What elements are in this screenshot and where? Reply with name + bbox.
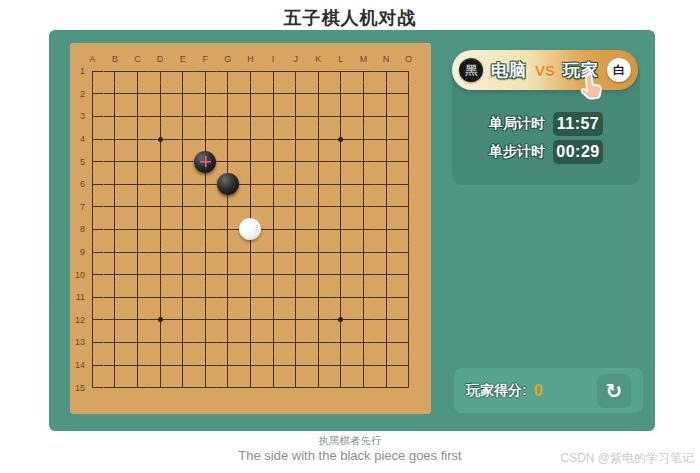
intersection-C3[interactable] — [126, 105, 149, 128]
intersection-K1[interactable] — [307, 60, 330, 83]
intersection-A9[interactable] — [81, 241, 104, 264]
intersection-D14[interactable] — [149, 354, 172, 377]
black-stone-badge: 黑 — [459, 58, 483, 82]
intersection-J8[interactable] — [284, 218, 307, 241]
intersection-N2[interactable] — [375, 83, 398, 106]
intersection-B13[interactable] — [104, 331, 127, 354]
intersection-B9[interactable] — [104, 241, 127, 264]
intersection-I6[interactable] — [262, 173, 285, 196]
intersection-I9[interactable] — [262, 241, 285, 264]
game-timer-row: 单局计时 11:57 — [452, 112, 640, 136]
intersection-H2[interactable] — [239, 83, 262, 106]
intersection-C15[interactable] — [126, 376, 149, 399]
intersection-N11[interactable] — [375, 286, 398, 309]
intersection-N8[interactable] — [375, 218, 398, 241]
intersection-L13[interactable] — [330, 331, 353, 354]
intersection-O15[interactable] — [397, 376, 420, 399]
intersection-A8[interactable] — [81, 218, 104, 241]
intersection-M13[interactable] — [352, 331, 375, 354]
intersection-F4[interactable] — [194, 128, 217, 151]
intersection-A4[interactable] — [81, 128, 104, 151]
intersection-G2[interactable] — [217, 83, 240, 106]
intersection-I1[interactable] — [262, 60, 285, 83]
white-stone-badge: 白 — [607, 58, 631, 82]
intersection-I7[interactable] — [262, 196, 285, 219]
intersection-H6[interactable] — [239, 173, 262, 196]
intersection-E4[interactable] — [171, 128, 194, 151]
intersection-G13[interactable] — [217, 331, 240, 354]
intersection-A3[interactable] — [81, 105, 104, 128]
intersection-D15[interactable] — [149, 376, 172, 399]
intersection-O9[interactable] — [397, 241, 420, 264]
intersection-K14[interactable] — [307, 354, 330, 377]
intersection-E8[interactable] — [171, 218, 194, 241]
intersection-L8[interactable] — [330, 218, 353, 241]
intersection-N13[interactable] — [375, 331, 398, 354]
intersection-N3[interactable] — [375, 105, 398, 128]
intersection-J5[interactable] — [284, 150, 307, 173]
intersection-G12[interactable] — [217, 309, 240, 332]
intersection-M2[interactable] — [352, 83, 375, 106]
intersection-M7[interactable] — [352, 196, 375, 219]
intersection-H9[interactable] — [239, 241, 262, 264]
intersection-D8[interactable] — [149, 218, 172, 241]
intersection-C10[interactable] — [126, 263, 149, 286]
game-panel: ABCDEFGHIJKLMNO 123456789101112131415 黑 … — [49, 30, 655, 431]
intersection-L1[interactable] — [330, 60, 353, 83]
intersection-G8[interactable] — [217, 218, 240, 241]
intersection-I2[interactable] — [262, 83, 285, 106]
intersection-O12[interactable] — [397, 309, 420, 332]
intersection-D13[interactable] — [149, 331, 172, 354]
intersection-D5[interactable] — [149, 150, 172, 173]
intersection-F2[interactable] — [194, 83, 217, 106]
intersection-D10[interactable] — [149, 263, 172, 286]
intersection-H10[interactable] — [239, 263, 262, 286]
intersection-E12[interactable] — [171, 309, 194, 332]
intersection-C8[interactable] — [126, 218, 149, 241]
intersection-E9[interactable] — [171, 241, 194, 264]
intersection-O3[interactable] — [397, 105, 420, 128]
intersection-N15[interactable] — [375, 376, 398, 399]
intersection-O13[interactable] — [397, 331, 420, 354]
intersection-B5[interactable] — [104, 150, 127, 173]
intersection-I10[interactable] — [262, 263, 285, 286]
intersection-B7[interactable] — [104, 196, 127, 219]
intersection-F15[interactable] — [194, 376, 217, 399]
intersection-N10[interactable] — [375, 263, 398, 286]
stone-white-H8 — [239, 218, 261, 240]
intersection-L7[interactable] — [330, 196, 353, 219]
intersection-H15[interactable] — [239, 376, 262, 399]
intersection-G4[interactable] — [217, 128, 240, 151]
intersection-C9[interactable] — [126, 241, 149, 264]
intersection-J4[interactable] — [284, 128, 307, 151]
intersection-B10[interactable] — [104, 263, 127, 286]
game-timer-label: 单局计时 — [489, 115, 545, 133]
intersection-G15[interactable] — [217, 376, 240, 399]
intersection-K3[interactable] — [307, 105, 330, 128]
intersection-A11[interactable] — [81, 286, 104, 309]
intersection-H5[interactable] — [239, 150, 262, 173]
intersection-M6[interactable] — [352, 173, 375, 196]
intersection-I4[interactable] — [262, 128, 285, 151]
score-label: 玩家得分: — [466, 382, 527, 400]
intersection-N14[interactable] — [375, 354, 398, 377]
intersection-O2[interactable] — [397, 83, 420, 106]
last-move-marker — [200, 156, 211, 167]
intersection-E10[interactable] — [171, 263, 194, 286]
intersection-I15[interactable] — [262, 376, 285, 399]
intersection-K8[interactable] — [307, 218, 330, 241]
intersection-D7[interactable] — [149, 196, 172, 219]
intersection-M10[interactable] — [352, 263, 375, 286]
intersection-N1[interactable] — [375, 60, 398, 83]
intersection-E15[interactable] — [171, 376, 194, 399]
restart-button[interactable]: ↻ — [597, 374, 631, 408]
intersection-L9[interactable] — [330, 241, 353, 264]
intersection-N9[interactable] — [375, 241, 398, 264]
intersection-C7[interactable] — [126, 196, 149, 219]
intersection-L15[interactable] — [330, 376, 353, 399]
intersection-D11[interactable] — [149, 286, 172, 309]
intersection-O4[interactable] — [397, 128, 420, 151]
intersection-F8[interactable] — [194, 218, 217, 241]
star-point-D4 — [158, 137, 163, 142]
intersection-E6[interactable] — [171, 173, 194, 196]
intersection-K12[interactable] — [307, 309, 330, 332]
intersection-B3[interactable] — [104, 105, 127, 128]
intersection-G7[interactable] — [217, 196, 240, 219]
intersection-O5[interactable] — [397, 150, 420, 173]
intersection-C1[interactable] — [126, 60, 149, 83]
intersection-F13[interactable] — [194, 331, 217, 354]
intersection-C11[interactable] — [126, 286, 149, 309]
intersection-C5[interactable] — [126, 150, 149, 173]
rule-note-cn: 执黑棋者先行 — [0, 434, 700, 448]
intersection-J12[interactable] — [284, 309, 307, 332]
intersection-D2[interactable] — [149, 83, 172, 106]
computer-player-label[interactable]: 电脑 — [491, 59, 527, 82]
intersection-F10[interactable] — [194, 263, 217, 286]
intersection-C6[interactable] — [126, 173, 149, 196]
intersection-C12[interactable] — [126, 309, 149, 332]
intersection-K10[interactable] — [307, 263, 330, 286]
intersection-D12[interactable] — [149, 309, 172, 332]
intersection-E5[interactable] — [171, 150, 194, 173]
intersection-L10[interactable] — [330, 263, 353, 286]
intersection-J1[interactable] — [284, 60, 307, 83]
intersection-H12[interactable] — [239, 309, 262, 332]
intersection-I5[interactable] — [262, 150, 285, 173]
intersection-E7[interactable] — [171, 196, 194, 219]
move-timer-row: 单步计时 00:29 — [452, 140, 640, 164]
intersection-O7[interactable] — [397, 196, 420, 219]
intersection-I12[interactable] — [262, 309, 285, 332]
intersection-H11[interactable] — [239, 286, 262, 309]
board: ABCDEFGHIJKLMNO 123456789101112131415 — [70, 43, 431, 414]
intersection-K4[interactable] — [307, 128, 330, 151]
intersection-L6[interactable] — [330, 173, 353, 196]
intersection-G3[interactable] — [217, 105, 240, 128]
intersection-D6[interactable] — [149, 173, 172, 196]
intersection-F5[interactable] — [194, 150, 217, 173]
stone-black-G6 — [217, 173, 239, 195]
intersection-L2[interactable] — [330, 83, 353, 106]
intersection-G14[interactable] — [217, 354, 240, 377]
intersection-C2[interactable] — [126, 83, 149, 106]
intersection-G10[interactable] — [217, 263, 240, 286]
intersection-G9[interactable] — [217, 241, 240, 264]
intersection-I13[interactable] — [262, 331, 285, 354]
intersection-J9[interactable] — [284, 241, 307, 264]
intersection-F3[interactable] — [194, 105, 217, 128]
page: 五子棋人机对战 ABCDEFGHIJKLMNO 1234567891011121… — [0, 0, 700, 473]
intersection-F9[interactable] — [194, 241, 217, 264]
intersection-K15[interactable] — [307, 376, 330, 399]
intersection-B6[interactable] — [104, 173, 127, 196]
intersection-K11[interactable] — [307, 286, 330, 309]
intersection-H1[interactable] — [239, 60, 262, 83]
board-grid — [81, 60, 420, 399]
intersection-C4[interactable] — [126, 128, 149, 151]
intersection-E2[interactable] — [171, 83, 194, 106]
intersection-M5[interactable] — [352, 150, 375, 173]
intersection-C13[interactable] — [126, 331, 149, 354]
intersection-F6[interactable] — [194, 173, 217, 196]
intersection-E11[interactable] — [171, 286, 194, 309]
intersection-F11[interactable] — [194, 286, 217, 309]
intersection-A15[interactable] — [81, 376, 104, 399]
intersection-L4[interactable] — [330, 128, 353, 151]
pointer-hand-icon — [574, 71, 607, 106]
intersection-A13[interactable] — [81, 331, 104, 354]
intersection-G11[interactable] — [217, 286, 240, 309]
intersection-J14[interactable] — [284, 354, 307, 377]
move-timer-label: 单步计时 — [489, 143, 545, 161]
intersection-A14[interactable] — [81, 354, 104, 377]
stone-black-F5 — [194, 151, 216, 173]
intersection-A5[interactable] — [81, 150, 104, 173]
intersection-E14[interactable] — [171, 354, 194, 377]
vs-label: VS — [535, 62, 555, 79]
intersection-N6[interactable] — [375, 173, 398, 196]
intersection-A10[interactable] — [81, 263, 104, 286]
intersection-H3[interactable] — [239, 105, 262, 128]
intersection-J2[interactable] — [284, 83, 307, 106]
intersection-K5[interactable] — [307, 150, 330, 173]
intersection-C14[interactable] — [126, 354, 149, 377]
intersection-A1[interactable] — [81, 60, 104, 83]
intersection-J11[interactable] — [284, 286, 307, 309]
intersection-N5[interactable] — [375, 150, 398, 173]
intersection-I8[interactable] — [262, 218, 285, 241]
game-timer-value: 11:57 — [553, 112, 603, 136]
intersection-F12[interactable] — [194, 309, 217, 332]
intersection-O1[interactable] — [397, 60, 420, 83]
intersection-K9[interactable] — [307, 241, 330, 264]
intersection-A12[interactable] — [81, 309, 104, 332]
intersection-L5[interactable] — [330, 150, 353, 173]
move-timer-value: 00:29 — [553, 140, 603, 164]
intersection-A7[interactable] — [81, 196, 104, 219]
watermark: CSDN @紫电的学习笔记 — [560, 450, 694, 467]
intersection-H7[interactable] — [239, 196, 262, 219]
star-point-L4 — [338, 137, 343, 142]
intersection-B11[interactable] — [104, 286, 127, 309]
intersection-K6[interactable] — [307, 173, 330, 196]
intersection-J3[interactable] — [284, 105, 307, 128]
intersection-O8[interactable] — [397, 218, 420, 241]
intersection-D3[interactable] — [149, 105, 172, 128]
score-value: 0 — [534, 382, 543, 400]
page-title: 五子棋人机对战 — [0, 6, 700, 30]
intersection-D1[interactable] — [149, 60, 172, 83]
intersection-D4[interactable] — [149, 128, 172, 151]
intersection-I3[interactable] — [262, 105, 285, 128]
intersection-O10[interactable] — [397, 263, 420, 286]
score-panel: 玩家得分: 0 ↻ — [454, 368, 643, 413]
intersection-O6[interactable] — [397, 173, 420, 196]
intersection-K2[interactable] — [307, 83, 330, 106]
intersection-G1[interactable] — [217, 60, 240, 83]
intersection-M4[interactable] — [352, 128, 375, 151]
intersection-N7[interactable] — [375, 196, 398, 219]
intersection-B4[interactable] — [104, 128, 127, 151]
intersection-H13[interactable] — [239, 331, 262, 354]
intersection-I14[interactable] — [262, 354, 285, 377]
intersection-F7[interactable] — [194, 196, 217, 219]
intersection-N4[interactable] — [375, 128, 398, 151]
intersection-A6[interactable] — [81, 173, 104, 196]
intersection-G6[interactable] — [217, 173, 240, 196]
intersection-H14[interactable] — [239, 354, 262, 377]
intersection-E3[interactable] — [171, 105, 194, 128]
intersection-E13[interactable] — [171, 331, 194, 354]
star-point-D12 — [158, 317, 163, 322]
intersection-M14[interactable] — [352, 354, 375, 377]
intersection-K7[interactable] — [307, 196, 330, 219]
intersection-J7[interactable] — [284, 196, 307, 219]
intersection-J10[interactable] — [284, 263, 307, 286]
intersection-K13[interactable] — [307, 331, 330, 354]
intersection-M9[interactable] — [352, 241, 375, 264]
intersection-I11[interactable] — [262, 286, 285, 309]
intersection-B2[interactable] — [104, 83, 127, 106]
intersection-A2[interactable] — [81, 83, 104, 106]
intersection-L14[interactable] — [330, 354, 353, 377]
players-bar: 黑 电脑 VS 玩家 白 — [452, 50, 638, 90]
intersection-B15[interactable] — [104, 376, 127, 399]
star-point-L12 — [338, 317, 343, 322]
intersection-M11[interactable] — [352, 286, 375, 309]
intersection-B8[interactable] — [104, 218, 127, 241]
intersection-E1[interactable] — [171, 60, 194, 83]
intersection-J6[interactable] — [284, 173, 307, 196]
intersection-M3[interactable] — [352, 105, 375, 128]
intersection-D9[interactable] — [149, 241, 172, 264]
intersection-G5[interactable] — [217, 150, 240, 173]
intersection-H4[interactable] — [239, 128, 262, 151]
intersection-F1[interactable] — [194, 60, 217, 83]
intersection-M12[interactable] — [352, 309, 375, 332]
intersection-B12[interactable] — [104, 309, 127, 332]
intersection-J15[interactable] — [284, 376, 307, 399]
intersection-O14[interactable] — [397, 354, 420, 377]
intersection-F14[interactable] — [194, 354, 217, 377]
intersection-M8[interactable] — [352, 218, 375, 241]
intersection-L12[interactable] — [330, 309, 353, 332]
intersection-M15[interactable] — [352, 376, 375, 399]
intersection-L11[interactable] — [330, 286, 353, 309]
intersection-N12[interactable] — [375, 309, 398, 332]
intersection-O11[interactable] — [397, 286, 420, 309]
intersection-M1[interactable] — [352, 60, 375, 83]
intersection-H8[interactable] — [239, 218, 262, 241]
intersection-L3[interactable] — [330, 105, 353, 128]
refresh-icon: ↻ — [606, 379, 623, 403]
intersection-B14[interactable] — [104, 354, 127, 377]
intersection-J13[interactable] — [284, 331, 307, 354]
intersection-B1[interactable] — [104, 60, 127, 83]
